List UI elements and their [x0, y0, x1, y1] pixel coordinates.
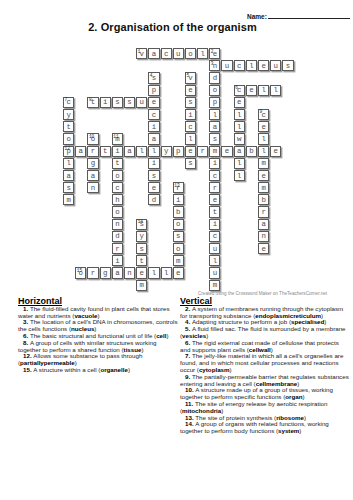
cell-letter: o	[213, 87, 217, 94]
crossword-cell: l	[234, 109, 245, 120]
crossword-cell: c	[148, 109, 159, 120]
clue-number: 1	[138, 49, 141, 54]
cell-letter: s	[286, 63, 290, 70]
clue-item: 3. The location of a cell's DNA in chrom…	[18, 319, 180, 333]
crossword-cell: b	[258, 194, 269, 205]
cell-letter: e	[188, 148, 192, 155]
cell-letter: c	[237, 63, 241, 70]
cell-letter: e	[261, 63, 265, 70]
cell-letter: m	[213, 148, 217, 155]
cell-letter: t	[115, 160, 119, 167]
crossword-cell: c	[234, 60, 245, 71]
crossword-cell: l	[63, 158, 74, 169]
cell-letter: o	[176, 221, 180, 228]
cell-letter: g	[103, 270, 107, 277]
cell-letter: o	[115, 173, 119, 180]
cell-letter: a	[213, 124, 217, 131]
crossword-cell: y	[136, 231, 147, 242]
cell-letter: l	[140, 148, 144, 155]
cell-letter: a	[66, 173, 70, 180]
cell-letter: p	[213, 99, 217, 106]
cell-letter: o	[115, 209, 119, 216]
cell-letter: e	[152, 99, 156, 106]
vertical-heading: Vertical	[180, 298, 350, 305]
vertical-clue-list: 2. A system of membranes running through…	[180, 306, 350, 435]
crossword-cell: i	[185, 109, 196, 120]
crossword-cell: n	[124, 267, 135, 278]
cell-letter: a	[261, 221, 265, 228]
clue-number: 8	[89, 97, 92, 102]
clue-item: 1. The fluid-filled cavity found in plan…	[18, 306, 180, 320]
cell-letter: l	[152, 148, 156, 155]
crossword-cell: 9c	[258, 109, 269, 120]
cell-letter: b	[261, 197, 265, 204]
crossword-cell: a	[234, 146, 245, 157]
crossword-cell: o	[209, 85, 220, 96]
cell-letter: r	[213, 185, 217, 192]
cell-letter: m	[66, 197, 70, 204]
cell-letter: l	[261, 148, 265, 155]
crossword-cell: e	[148, 182, 159, 193]
cell-letter: i	[115, 148, 119, 155]
crossword-cell: i	[148, 121, 159, 132]
cell-letter: g	[91, 160, 95, 167]
crossword-cell: l	[234, 170, 245, 181]
crossword-cell: s	[185, 158, 196, 169]
crossword-cell: l	[148, 267, 159, 278]
cell-letter: s	[188, 99, 192, 106]
cell-letter: d	[213, 75, 217, 82]
crossword-cell: l	[258, 146, 269, 157]
crossword-cell: 1v	[136, 48, 147, 59]
crossword-cell: l	[270, 85, 281, 96]
cell-letter: l	[261, 136, 265, 143]
cell-letter: y	[66, 112, 70, 119]
crossword-cell: e	[234, 97, 245, 108]
cell-letter: l	[237, 173, 241, 180]
cell-letter: e	[188, 87, 192, 94]
crossword-cell: n	[258, 231, 269, 242]
crossword-cell: u	[209, 267, 220, 278]
crossword-cell: o	[112, 170, 123, 181]
cell-letter: l	[200, 51, 204, 58]
crossword-cell: l	[209, 255, 220, 266]
cell-letter: e	[176, 270, 180, 277]
crossword-cell: a	[75, 146, 86, 157]
cell-letter: a	[152, 51, 156, 58]
crossword-cell: 12p	[63, 146, 74, 157]
cell-letter: s	[140, 246, 144, 253]
cell-letter: i	[213, 160, 217, 167]
cell-letter: u	[225, 63, 229, 70]
crossword-cell: o	[185, 48, 196, 59]
crossword-cell: p	[148, 85, 159, 96]
cell-letter: s	[66, 185, 70, 192]
cell-letter: u	[274, 63, 278, 70]
cell-letter: s	[152, 173, 156, 180]
cell-letter: b	[176, 209, 180, 216]
crossword-cell: p	[173, 146, 184, 157]
name-field: Name:	[247, 11, 350, 20]
crossword-cell: u	[209, 243, 220, 254]
crossword-cell: u	[221, 60, 232, 71]
name-blank-line	[268, 11, 350, 19]
cell-letter: n	[91, 185, 95, 192]
crossword-cell: m	[209, 280, 220, 291]
page-title: 2. Organisation of the organism	[0, 21, 345, 33]
crossword-cell: e	[258, 170, 269, 181]
cell-letter: l	[188, 136, 192, 143]
cell-letter: r	[91, 270, 95, 277]
crossword-cell: a	[148, 133, 159, 144]
horizontal-heading: Horizontal	[18, 298, 180, 305]
clue-number: 4	[150, 73, 153, 78]
crossword-cell: a	[209, 121, 220, 132]
clue-number: 9	[260, 109, 263, 114]
crossword-cell: s	[112, 97, 123, 108]
clue-item: 2. A system of membranes running through…	[180, 306, 350, 320]
clue-item: 8. A group of cells with similar structu…	[18, 340, 180, 354]
crossword-cell: 2e	[209, 48, 220, 59]
clue-item: 5. A fluid filled sac. The fluid is surr…	[180, 326, 350, 340]
cell-letter: l	[274, 87, 278, 94]
crossword-cell: i	[112, 255, 123, 266]
cell-letter: l	[66, 160, 70, 167]
crossword-cell: d	[209, 72, 220, 83]
crossword-cell: o	[173, 243, 184, 254]
crossword-cell: e	[209, 194, 220, 205]
cell-letter: s	[213, 136, 217, 143]
cell-letter: s	[176, 233, 180, 240]
cell-letter: m	[140, 282, 144, 289]
cell-letter: u	[176, 51, 180, 58]
cell-letter: d	[152, 197, 156, 204]
crossword-cell: c	[209, 170, 220, 181]
cell-letter: e	[261, 246, 265, 253]
cell-letter: m	[261, 160, 265, 167]
cell-letter: m	[261, 185, 265, 192]
crossword-cell: m	[209, 146, 220, 157]
vertical-clues-section: Vertical 2. A system of membranes runnin…	[180, 298, 350, 435]
cell-letter: r	[115, 246, 119, 253]
crossword-cell: l	[209, 109, 220, 120]
crossword-cell: g	[87, 158, 98, 169]
cell-letter: e	[274, 148, 278, 155]
crossword-cell: y	[63, 109, 74, 120]
cell-letter: n	[261, 233, 265, 240]
crossword-cell: 7c	[63, 97, 74, 108]
crossword-cell: l	[136, 146, 147, 157]
crossword-cell: l	[197, 48, 208, 59]
cell-letter: i	[188, 112, 192, 119]
crossword-cell: i	[173, 194, 184, 205]
cell-letter: o	[188, 51, 192, 58]
cell-letter: s	[188, 160, 192, 167]
crossword-cell: b	[246, 146, 257, 157]
cell-letter: n	[127, 270, 131, 277]
crossword-cell: c	[112, 182, 123, 193]
cell-letter: e	[249, 87, 253, 94]
cell-letter: m	[176, 258, 180, 265]
crossword-cell: d	[112, 231, 123, 242]
crossword-cell: u	[270, 60, 281, 71]
clue-number: 2	[211, 49, 214, 54]
clue-number: 7	[65, 97, 68, 102]
cell-letter: h	[115, 197, 119, 204]
crossword-cell: 14s	[136, 219, 147, 230]
cell-letter: o	[176, 246, 180, 253]
crossword-cell: c	[185, 121, 196, 132]
cell-letter: t	[140, 258, 144, 265]
crossword-cell: t	[100, 146, 111, 157]
credit-text: Created using the Crossword Maker on The…	[198, 291, 327, 296]
cell-letter: p	[152, 87, 156, 94]
crossword-cell: s	[173, 231, 184, 242]
cell-letter: e	[140, 270, 144, 277]
crossword-cell: n	[112, 219, 123, 230]
cell-letter: u	[140, 99, 144, 106]
crossword-cell: a	[124, 146, 135, 157]
crossword-cell: e	[258, 60, 269, 71]
crossword-cell: u	[136, 97, 147, 108]
cell-letter: t	[103, 148, 107, 155]
crossword-cell: y	[161, 146, 172, 157]
clue-number: 13	[174, 183, 179, 188]
crossword-cell: e	[148, 97, 159, 108]
crossword-cell: e	[270, 146, 281, 157]
crossword-cell: i	[112, 146, 123, 157]
clue-number: 11	[113, 134, 118, 139]
crossword-cell: b	[173, 206, 184, 217]
horizontal-clue-list: 1. The fluid-filled cavity found in plan…	[18, 306, 180, 374]
crossword-cell: a	[258, 219, 269, 230]
crossword-cell: s	[209, 133, 220, 144]
cell-letter: e	[237, 99, 241, 106]
crossword-cell: m	[258, 158, 269, 169]
crossword-cell: s	[136, 243, 147, 254]
cell-letter: c	[152, 112, 156, 119]
crossword-grid: 1vacuol2e3nucleus4s5vdpeo6cell7c8tissues…	[63, 48, 295, 292]
crossword-cell: a	[87, 170, 98, 181]
crossword-cell: o	[173, 219, 184, 230]
cell-letter: l	[152, 270, 156, 277]
crossword-cell: r	[209, 182, 220, 193]
cell-letter: r	[91, 148, 95, 155]
crossword-cell: u	[173, 48, 184, 59]
crossword-cell: l	[234, 121, 245, 132]
crossword-cell: d	[148, 194, 159, 205]
cell-letter: u	[213, 246, 217, 253]
cell-letter: s	[127, 99, 131, 106]
crossword-cell: r	[87, 146, 98, 157]
crossword-cell: r	[112, 243, 123, 254]
crossword-cell: a	[148, 48, 159, 59]
cell-letter: u	[213, 270, 217, 277]
crossword-cell: l	[258, 85, 269, 96]
crossword-cell: c	[161, 48, 172, 59]
crossword-cell: e	[136, 267, 147, 278]
cell-letter: t	[66, 124, 70, 131]
crossword-cell: m	[136, 280, 147, 291]
cell-letter: i	[103, 99, 107, 106]
clue-item: 7. The jelly-like material in which all …	[180, 353, 350, 373]
crossword-cell: i	[209, 158, 220, 169]
clue-item: 14. A group of organs with related funct…	[180, 421, 350, 435]
crossword-cell: w	[234, 133, 245, 144]
clue-number: 10	[89, 134, 94, 139]
crossword-cell: 13r	[173, 182, 184, 193]
crossword-cell: e	[221, 146, 232, 157]
cell-letter: i	[152, 160, 156, 167]
crossword-cell: c	[209, 231, 220, 242]
crossword-cell: 4s	[148, 72, 159, 83]
cell-letter: l	[237, 112, 241, 119]
crossword-cell: 11m	[112, 133, 123, 144]
crossword-cell: m	[258, 182, 269, 193]
crossword-cell: l	[161, 267, 172, 278]
cell-letter: a	[91, 173, 95, 180]
crossword-cell: r	[197, 146, 208, 157]
crossword-cell: t	[136, 255, 147, 266]
crossword-cell: o	[112, 206, 123, 217]
cell-letter: a	[237, 148, 241, 155]
clue-number: 6	[235, 85, 238, 90]
cell-letter: i	[213, 221, 217, 228]
cell-letter: e	[261, 124, 265, 131]
crossword-cell: i	[148, 158, 159, 169]
cell-letter: y	[140, 233, 144, 240]
cell-letter: y	[164, 148, 168, 155]
cell-letter: r	[261, 209, 265, 216]
crossword-cell: s	[124, 97, 135, 108]
crossword-cell: i	[100, 97, 111, 108]
clue-item: 9. The partially-permeable barrier that …	[180, 374, 350, 388]
crossword-cell: a	[112, 267, 123, 278]
crossword-cell: s	[185, 97, 196, 108]
cell-letter: a	[152, 136, 156, 143]
cell-letter: l	[261, 87, 265, 94]
crossword-cell: l	[185, 133, 196, 144]
cell-letter: s	[115, 99, 119, 106]
cell-letter: l	[213, 112, 217, 119]
crossword-cell: e	[246, 85, 257, 96]
cell-letter: m	[213, 282, 217, 289]
cell-letter: i	[152, 124, 156, 131]
clue-number: 15	[77, 268, 82, 273]
cell-letter: a	[115, 270, 119, 277]
crossword-cell: l	[234, 158, 245, 169]
cell-letter: b	[249, 148, 253, 155]
crossword-cell: g	[100, 267, 111, 278]
crossword-cell: 15o	[75, 267, 86, 278]
clue-item: 15. A structure within a cell (organelle…	[18, 367, 180, 374]
crossword-cell: e	[185, 146, 196, 157]
clue-number: 14	[138, 219, 143, 224]
cell-letter: e	[225, 148, 229, 155]
cell-letter: c	[188, 124, 192, 131]
crossword-cell: i	[209, 219, 220, 230]
cell-letter: l	[237, 124, 241, 131]
cell-letter: c	[213, 233, 217, 240]
name-label: Name:	[247, 13, 267, 20]
crossword-cell: o	[63, 133, 74, 144]
clue-number: 5	[186, 73, 189, 78]
cell-letter: p	[176, 148, 180, 155]
crossword-cell: l	[148, 146, 159, 157]
cell-letter: l	[164, 270, 168, 277]
cell-letter: c	[164, 51, 168, 58]
clue-item: 11. The site of energy release by aerobi…	[180, 401, 350, 415]
crossword-cell: p	[209, 97, 220, 108]
cell-letter: d	[115, 233, 119, 240]
crossword-cell: 8t	[87, 97, 98, 108]
crossword-cell: m	[173, 255, 184, 266]
cell-letter: a	[127, 148, 131, 155]
cell-letter: a	[79, 148, 83, 155]
cell-letter: e	[213, 197, 217, 204]
crossword-cell: 5v	[185, 72, 196, 83]
crossword-cell: r	[258, 206, 269, 217]
crossword-cell: t	[209, 206, 220, 217]
cell-letter: t	[213, 209, 217, 216]
crossword-cell: n	[87, 182, 98, 193]
clue-item: 6. The rigid external coat made of cellu…	[180, 340, 350, 354]
cell-letter: l	[213, 258, 217, 265]
crossword-cell: l	[258, 133, 269, 144]
clue-item: 10. A structure made up of a group of ti…	[180, 387, 350, 401]
cell-letter: i	[176, 197, 180, 204]
cell-letter: c	[115, 185, 119, 192]
clue-number: 12	[65, 146, 70, 151]
crossword-cell: s	[148, 170, 159, 181]
cell-letter: i	[115, 258, 119, 265]
crossword-cell: 6c	[234, 85, 245, 96]
cell-letter: e	[261, 173, 265, 180]
crossword-cell: s	[63, 182, 74, 193]
crossword-cell: e	[185, 85, 196, 96]
crossword-cell: t	[63, 121, 74, 132]
cell-letter: e	[152, 185, 156, 192]
cell-letter: l	[249, 63, 253, 70]
crossword-cell: h	[112, 194, 123, 205]
cell-letter: l	[237, 160, 241, 167]
clue-item: 12. Allows some substance to pass throug…	[18, 353, 180, 367]
crossword-cell: l	[246, 60, 257, 71]
crossword-cell: t	[112, 158, 123, 169]
cell-letter: n	[115, 221, 119, 228]
cell-letter: o	[66, 136, 70, 143]
crossword-cell: a	[63, 170, 74, 181]
cell-letter: c	[213, 173, 217, 180]
crossword-cell: s	[282, 60, 293, 71]
crossword-cell: 3n	[209, 60, 220, 71]
crossword-cell: 10o	[87, 133, 98, 144]
cell-letter: w	[237, 136, 241, 143]
cell-letter: r	[200, 148, 204, 155]
crossword-cell: r	[87, 267, 98, 278]
clue-number: 3	[211, 61, 214, 66]
crossword-cell: e	[258, 243, 269, 254]
horizontal-clues-section: Horizontal 1. The fluid-filled cavity fo…	[18, 298, 180, 374]
crossword-cell: e	[258, 121, 269, 132]
crossword-cell: e	[173, 267, 184, 278]
crossword-cell: m	[63, 194, 74, 205]
